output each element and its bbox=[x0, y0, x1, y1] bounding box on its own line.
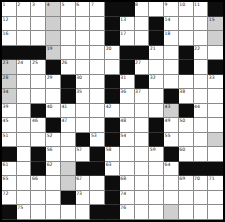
black-cell bbox=[105, 31, 120, 46]
letter-cell[interactable] bbox=[90, 75, 105, 90]
letter-cell[interactable] bbox=[194, 147, 209, 162]
letter-cell[interactable] bbox=[76, 31, 91, 46]
letter-cell[interactable] bbox=[194, 205, 209, 220]
letter-cell[interactable]: 74 bbox=[120, 191, 135, 206]
shaded-cell[interactable] bbox=[46, 17, 61, 32]
letter-cell[interactable]: 18 bbox=[164, 31, 179, 46]
letter-cell[interactable]: 29 bbox=[46, 75, 61, 90]
letter-cell[interactable] bbox=[135, 162, 150, 177]
letter-cell[interactable]: 47 bbox=[61, 118, 76, 133]
black-cell bbox=[105, 75, 120, 90]
letter-cell[interactable]: 2 bbox=[17, 2, 32, 17]
letter-cell[interactable]: 5 bbox=[61, 2, 76, 17]
letter-cell[interactable]: 59 bbox=[149, 147, 164, 162]
letter-cell[interactable] bbox=[208, 147, 223, 162]
letter-cell[interactable] bbox=[76, 17, 91, 32]
letter-cell[interactable] bbox=[90, 60, 105, 75]
letter-cell[interactable]: 32 bbox=[149, 75, 164, 90]
letter-cell[interactable] bbox=[194, 89, 209, 104]
clue-number: 38 bbox=[179, 89, 185, 94]
letter-cell[interactable]: 51 bbox=[2, 133, 17, 148]
clue-number: 41 bbox=[61, 104, 67, 109]
black-cell bbox=[31, 46, 46, 61]
letter-cell[interactable] bbox=[76, 104, 91, 119]
clue-number: 52 bbox=[47, 133, 53, 138]
letter-cell[interactable] bbox=[61, 133, 76, 148]
black-cell bbox=[149, 118, 164, 133]
letter-cell[interactable]: 7 bbox=[90, 2, 105, 17]
black-cell bbox=[164, 147, 179, 162]
clue-number: 56 bbox=[47, 147, 53, 152]
letter-cell[interactable] bbox=[208, 46, 223, 61]
letter-cell[interactable]: 17 bbox=[120, 31, 135, 46]
letter-cell[interactable]: 75 bbox=[17, 205, 32, 220]
letter-cell[interactable] bbox=[194, 75, 209, 90]
black-cell bbox=[2, 46, 17, 61]
black-cell bbox=[105, 2, 120, 17]
clue-number: 3 bbox=[32, 2, 35, 7]
clue-number: 14 bbox=[165, 17, 171, 22]
letter-cell[interactable] bbox=[135, 118, 150, 133]
letter-cell[interactable]: 38 bbox=[179, 89, 194, 104]
clue-number: 47 bbox=[61, 118, 67, 123]
clue-number: 65 bbox=[3, 176, 9, 181]
clue-number: 40 bbox=[47, 104, 53, 109]
clue-number: 48 bbox=[120, 118, 126, 123]
clue-number: 23 bbox=[3, 60, 9, 65]
letter-cell[interactable] bbox=[208, 205, 223, 220]
clue-number: 7 bbox=[91, 2, 94, 7]
clue-number: 17 bbox=[120, 31, 126, 36]
letter-cell[interactable] bbox=[31, 17, 46, 32]
clue-number: 32 bbox=[150, 75, 156, 80]
clue-number: 74 bbox=[120, 191, 126, 196]
black-cell bbox=[120, 60, 135, 75]
clue-number: 54 bbox=[120, 133, 126, 138]
letter-cell[interactable] bbox=[149, 205, 164, 220]
letter-cell[interactable] bbox=[149, 162, 164, 177]
black-cell bbox=[120, 46, 135, 61]
clue-number: 63 bbox=[106, 162, 112, 167]
clue-number: 42 bbox=[106, 104, 112, 109]
letter-cell[interactable] bbox=[179, 17, 194, 32]
clue-number: 44 bbox=[194, 104, 200, 109]
black-cell bbox=[76, 133, 91, 148]
letter-cell[interactable] bbox=[61, 31, 76, 46]
letter-cell[interactable]: 27 bbox=[135, 60, 150, 75]
black-cell bbox=[31, 162, 46, 177]
letter-cell[interactable] bbox=[208, 191, 223, 206]
clue-number: 43 bbox=[165, 104, 171, 109]
letter-cell[interactable] bbox=[149, 60, 164, 75]
clue-number: 5 bbox=[61, 2, 64, 7]
letter-cell[interactable]: 65 bbox=[2, 176, 17, 191]
black-cell bbox=[194, 162, 209, 177]
clue-number: 1 bbox=[3, 2, 6, 7]
letter-cell[interactable] bbox=[120, 162, 135, 177]
letter-cell[interactable] bbox=[194, 191, 209, 206]
clue-number: 35 bbox=[76, 89, 82, 94]
black-cell bbox=[105, 89, 120, 104]
letter-cell[interactable] bbox=[179, 75, 194, 90]
letter-cell[interactable] bbox=[61, 17, 76, 32]
letter-cell[interactable] bbox=[31, 191, 46, 206]
letter-cell[interactable] bbox=[135, 191, 150, 206]
black-cell bbox=[149, 31, 164, 46]
clue-number: 39 bbox=[3, 104, 9, 109]
shaded-cell[interactable] bbox=[61, 162, 76, 177]
letter-cell[interactable] bbox=[164, 46, 179, 61]
clue-number: 53 bbox=[91, 133, 97, 138]
letter-cell[interactable] bbox=[31, 205, 46, 220]
letter-cell[interactable] bbox=[120, 104, 135, 119]
clue-number: 6 bbox=[76, 2, 79, 7]
clue-number: 15 bbox=[209, 17, 215, 22]
crossword-grid: 1234567891011121314151617181920212223242… bbox=[2, 2, 223, 220]
letter-cell[interactable]: 1 bbox=[2, 2, 17, 17]
black-cell bbox=[179, 46, 194, 61]
letter-cell[interactable]: 31 bbox=[120, 75, 135, 90]
shaded-cell[interactable] bbox=[46, 31, 61, 46]
letter-cell[interactable]: 37 bbox=[135, 89, 150, 104]
letter-cell[interactable] bbox=[149, 176, 164, 191]
letter-cell[interactable] bbox=[17, 133, 32, 148]
clue-number: 60 bbox=[179, 147, 185, 152]
letter-cell[interactable] bbox=[135, 31, 150, 46]
clue-number: 51 bbox=[3, 133, 9, 138]
letter-cell[interactable] bbox=[17, 191, 32, 206]
clue-number: 27 bbox=[135, 60, 141, 65]
clue-number: 72 bbox=[3, 191, 9, 196]
letter-cell[interactable] bbox=[90, 191, 105, 206]
black-cell bbox=[208, 162, 223, 177]
black-cell bbox=[2, 147, 17, 162]
clue-number: 37 bbox=[135, 89, 141, 94]
shaded-cell[interactable]: 23 bbox=[2, 60, 17, 75]
letter-cell[interactable] bbox=[208, 104, 223, 119]
clue-number: 57 bbox=[76, 147, 82, 152]
letter-cell[interactable] bbox=[149, 104, 164, 119]
letter-cell[interactable] bbox=[31, 75, 46, 90]
letter-cell[interactable] bbox=[17, 147, 32, 162]
letter-cell[interactable] bbox=[17, 17, 32, 32]
letter-cell[interactable]: 41 bbox=[61, 104, 76, 119]
letter-cell[interactable]: 67 bbox=[76, 176, 91, 191]
clue-number: 66 bbox=[32, 176, 38, 181]
letter-cell[interactable] bbox=[194, 118, 209, 133]
black-cell bbox=[105, 205, 120, 220]
letter-cell[interactable]: 21 bbox=[149, 46, 164, 61]
clue-number: 18 bbox=[165, 31, 171, 36]
clue-number: 25 bbox=[32, 60, 38, 65]
clue-number: 31 bbox=[120, 75, 126, 80]
letter-cell[interactable] bbox=[61, 205, 76, 220]
letter-cell[interactable]: 53 bbox=[90, 133, 105, 148]
letter-cell[interactable]: 42 bbox=[105, 104, 120, 119]
clue-number: 36 bbox=[120, 89, 126, 94]
black-cell bbox=[208, 60, 223, 75]
letter-cell[interactable] bbox=[17, 176, 32, 191]
letter-cell[interactable]: 25 bbox=[31, 60, 46, 75]
letter-cell[interactable]: 36 bbox=[120, 89, 135, 104]
letter-cell[interactable] bbox=[61, 46, 76, 61]
clue-number: 62 bbox=[47, 162, 53, 167]
letter-cell[interactable]: 63 bbox=[105, 162, 120, 177]
clue-number: 45 bbox=[3, 118, 9, 123]
letter-cell[interactable]: 8 bbox=[135, 2, 150, 17]
black-cell bbox=[90, 147, 105, 162]
letter-cell[interactable]: 66 bbox=[31, 176, 46, 191]
letter-cell[interactable] bbox=[164, 176, 179, 191]
letter-cell[interactable] bbox=[90, 118, 105, 133]
clue-number: 11 bbox=[194, 2, 200, 7]
letter-cell[interactable] bbox=[90, 176, 105, 191]
letter-cell[interactable] bbox=[135, 205, 150, 220]
black-cell bbox=[46, 118, 61, 133]
letter-cell[interactable] bbox=[179, 205, 194, 220]
clue-number: 59 bbox=[150, 147, 156, 152]
clue-number: 46 bbox=[32, 118, 38, 123]
letter-cell[interactable]: 45 bbox=[2, 118, 17, 133]
black-cell bbox=[179, 104, 194, 119]
letter-cell[interactable]: 68 bbox=[120, 176, 135, 191]
clue-number: 55 bbox=[165, 133, 171, 138]
letter-cell[interactable] bbox=[76, 205, 91, 220]
letter-cell[interactable] bbox=[90, 89, 105, 104]
black-cell bbox=[2, 205, 17, 220]
letter-cell[interactable] bbox=[149, 2, 164, 17]
letter-cell[interactable]: 54 bbox=[120, 133, 135, 148]
letter-cell[interactable] bbox=[208, 118, 223, 133]
letter-cell[interactable] bbox=[31, 133, 46, 148]
letter-cell[interactable]: 6 bbox=[76, 2, 91, 17]
letter-cell[interactable]: 46 bbox=[31, 118, 46, 133]
letter-cell[interactable] bbox=[135, 104, 150, 119]
letter-cell[interactable] bbox=[76, 46, 91, 61]
clue-number: 21 bbox=[150, 46, 156, 51]
clue-number: 34 bbox=[3, 89, 9, 94]
letter-cell[interactable] bbox=[149, 191, 164, 206]
black-cell bbox=[149, 133, 164, 148]
letter-cell[interactable]: 50 bbox=[179, 118, 194, 133]
clue-number: 50 bbox=[179, 118, 185, 123]
clue-number: 73 bbox=[76, 191, 82, 196]
letter-cell[interactable] bbox=[149, 89, 164, 104]
clue-number: 22 bbox=[194, 46, 200, 51]
letter-cell[interactable]: 76 bbox=[120, 205, 135, 220]
clue-number: 71 bbox=[209, 176, 215, 181]
shaded-cell[interactable]: 4 bbox=[46, 2, 61, 17]
shaded-cell[interactable] bbox=[61, 176, 76, 191]
clue-number: 9 bbox=[165, 2, 168, 7]
letter-cell[interactable] bbox=[135, 147, 150, 162]
letter-cell[interactable] bbox=[90, 31, 105, 46]
black-cell bbox=[61, 191, 76, 206]
shaded-cell[interactable]: 15 bbox=[208, 17, 223, 32]
clue-number: 68 bbox=[120, 176, 126, 181]
clue-number: 29 bbox=[47, 75, 53, 80]
shaded-cell[interactable]: 19 bbox=[46, 46, 61, 61]
black-cell bbox=[31, 147, 46, 162]
clue-number: 33 bbox=[209, 75, 215, 80]
clue-number: 64 bbox=[165, 162, 171, 167]
clue-number: 24 bbox=[17, 60, 23, 65]
letter-cell[interactable]: 49 bbox=[164, 118, 179, 133]
letter-cell[interactable] bbox=[105, 60, 120, 75]
letter-cell[interactable]: 60 bbox=[179, 147, 194, 162]
letter-cell[interactable] bbox=[76, 60, 91, 75]
letter-cell[interactable]: 10 bbox=[179, 2, 194, 17]
letter-cell[interactable] bbox=[17, 104, 32, 119]
letter-cell[interactable]: 16 bbox=[2, 31, 17, 46]
clue-number: 75 bbox=[17, 205, 23, 210]
clue-number: 58 bbox=[106, 147, 112, 152]
letter-cell[interactable] bbox=[120, 147, 135, 162]
letter-cell[interactable] bbox=[46, 176, 61, 191]
black-cell bbox=[208, 2, 223, 17]
shaded-cell[interactable] bbox=[208, 31, 223, 46]
black-cell bbox=[149, 17, 164, 32]
letter-cell[interactable]: 55 bbox=[164, 133, 179, 148]
clue-number: 13 bbox=[120, 17, 126, 22]
clue-number: 61 bbox=[3, 162, 9, 167]
shaded-cell[interactable]: 43 bbox=[164, 104, 179, 119]
clue-number: 12 bbox=[3, 17, 9, 22]
letter-cell[interactable] bbox=[31, 31, 46, 46]
letter-cell[interactable] bbox=[208, 89, 223, 104]
black-cell bbox=[105, 118, 120, 133]
letter-cell[interactable] bbox=[194, 31, 209, 46]
clue-number: 76 bbox=[120, 205, 126, 210]
letter-cell[interactable] bbox=[17, 118, 32, 133]
clue-number: 19 bbox=[47, 46, 53, 51]
letter-cell[interactable] bbox=[46, 205, 61, 220]
letter-cell[interactable]: 61 bbox=[2, 162, 17, 177]
clue-number: 69 bbox=[179, 176, 185, 181]
shaded-cell[interactable]: 28 bbox=[2, 75, 17, 90]
black-cell bbox=[90, 205, 105, 220]
black-cell bbox=[135, 75, 150, 90]
letter-cell[interactable] bbox=[90, 17, 105, 32]
black-cell bbox=[76, 162, 91, 177]
letter-cell[interactable] bbox=[164, 191, 179, 206]
black-cell bbox=[90, 162, 105, 177]
clue-number: 10 bbox=[179, 2, 185, 7]
crossword-board: 1234567891011121314151617181920212223242… bbox=[0, 0, 225, 222]
letter-cell[interactable] bbox=[46, 191, 61, 206]
letter-cell[interactable]: 56 bbox=[46, 147, 61, 162]
letter-cell[interactable] bbox=[61, 147, 76, 162]
letter-cell[interactable] bbox=[17, 75, 32, 90]
letter-cell[interactable]: 3 bbox=[31, 2, 46, 17]
clue-number: 30 bbox=[76, 75, 82, 80]
letter-cell[interactable]: 26 bbox=[61, 60, 76, 75]
letter-cell[interactable] bbox=[76, 118, 91, 133]
letter-cell[interactable]: 73 bbox=[76, 191, 91, 206]
letter-cell[interactable] bbox=[179, 191, 194, 206]
letter-cell[interactable]: 40 bbox=[46, 104, 61, 119]
letter-cell[interactable]: 20 bbox=[105, 46, 120, 61]
black-cell bbox=[61, 89, 76, 104]
clue-number: 20 bbox=[106, 46, 112, 51]
letter-cell[interactable]: 72 bbox=[2, 191, 17, 206]
letter-cell[interactable] bbox=[194, 133, 209, 148]
black-cell bbox=[179, 162, 194, 177]
letter-cell[interactable]: 64 bbox=[164, 162, 179, 177]
shaded-cell[interactable] bbox=[208, 133, 223, 148]
clue-number: 67 bbox=[76, 176, 82, 181]
letter-cell[interactable]: 58 bbox=[105, 147, 120, 162]
letter-cell[interactable] bbox=[31, 89, 46, 104]
clue-number: 2 bbox=[17, 2, 20, 7]
black-cell bbox=[164, 89, 179, 104]
letter-cell[interactable] bbox=[17, 89, 32, 104]
letter-cell[interactable]: 48 bbox=[120, 118, 135, 133]
black-cell bbox=[120, 2, 135, 17]
black-cell bbox=[31, 104, 46, 119]
letter-cell[interactable]: 12 bbox=[2, 17, 17, 32]
letter-cell[interactable]: 24 bbox=[17, 60, 32, 75]
black-cell bbox=[105, 176, 120, 191]
clue-number: 26 bbox=[61, 60, 67, 65]
black-cell bbox=[46, 60, 61, 75]
letter-cell[interactable] bbox=[194, 17, 209, 32]
letter-cell[interactable] bbox=[164, 75, 179, 90]
letter-cell[interactable]: 44 bbox=[194, 104, 209, 119]
letter-cell[interactable]: 62 bbox=[46, 162, 61, 177]
letter-cell[interactable]: 30 bbox=[76, 75, 91, 90]
letter-cell[interactable] bbox=[164, 60, 179, 75]
letter-cell[interactable]: 11 bbox=[194, 2, 209, 17]
letter-cell[interactable]: 9 bbox=[164, 2, 179, 17]
letter-cell[interactable] bbox=[46, 89, 61, 104]
clue-number: 16 bbox=[3, 31, 9, 36]
letter-cell[interactable]: 13 bbox=[120, 17, 135, 32]
clue-number: 28 bbox=[3, 75, 9, 80]
letter-cell[interactable]: 57 bbox=[76, 147, 91, 162]
black-cell bbox=[61, 75, 76, 90]
letter-cell[interactable]: 39 bbox=[2, 104, 17, 119]
letter-cell[interactable] bbox=[179, 133, 194, 148]
letter-cell[interactable] bbox=[17, 31, 32, 46]
letter-cell[interactable] bbox=[135, 17, 150, 32]
shaded-cell[interactable]: 34 bbox=[2, 89, 17, 104]
letter-cell[interactable]: 69 bbox=[179, 176, 194, 191]
black-cell bbox=[105, 133, 120, 148]
letter-cell[interactable] bbox=[135, 133, 150, 148]
black-cell bbox=[179, 60, 194, 75]
black-cell bbox=[17, 46, 32, 61]
letter-cell[interactable]: 33 bbox=[208, 75, 223, 90]
letter-cell[interactable]: 22 bbox=[194, 46, 209, 61]
letter-cell[interactable] bbox=[90, 104, 105, 119]
clue-number: 4 bbox=[47, 2, 50, 7]
letter-cell[interactable] bbox=[135, 176, 150, 191]
letter-cell[interactable]: 70 bbox=[194, 176, 209, 191]
clue-number: 8 bbox=[135, 2, 138, 7]
letter-cell[interactable]: 35 bbox=[76, 89, 91, 104]
letter-cell[interactable] bbox=[17, 162, 32, 177]
letter-cell[interactable]: 71 bbox=[208, 176, 223, 191]
letter-cell[interactable]: 52 bbox=[46, 133, 61, 148]
black-cell bbox=[105, 17, 120, 32]
letter-cell[interactable] bbox=[90, 46, 105, 61]
letter-cell[interactable] bbox=[179, 31, 194, 46]
letter-cell[interactable]: 14 bbox=[164, 17, 179, 32]
shaded-cell[interactable] bbox=[164, 205, 179, 220]
letter-cell[interactable] bbox=[194, 60, 209, 75]
black-cell bbox=[105, 191, 120, 206]
